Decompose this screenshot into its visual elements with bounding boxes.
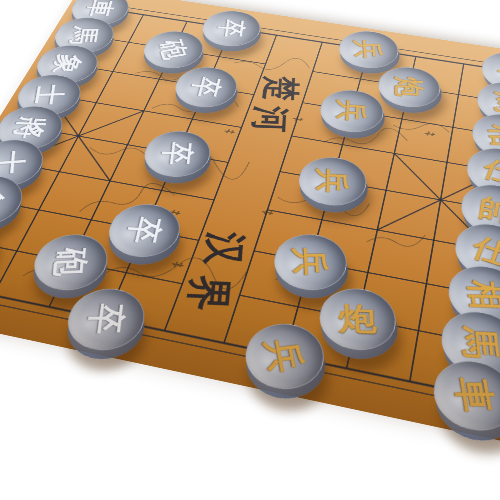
- piece-glyph: 兵: [262, 337, 307, 374]
- piece-glyph: 砲: [51, 247, 90, 276]
- piece-red-soldier[interactable]: 兵: [293, 152, 372, 210]
- piece-glyph: 相: [465, 280, 500, 310]
- piece-glyph: 砲: [156, 38, 191, 61]
- piece-glyph: 兵: [315, 168, 349, 194]
- piece-glyph: 車: [495, 62, 500, 81]
- piece-glyph: 馬: [492, 92, 500, 114]
- piece-red-soldier[interactable]: 兵: [237, 317, 331, 396]
- piece-glyph: 卒: [85, 304, 127, 335]
- piece-glyph: 將: [11, 116, 49, 139]
- piece-red-soldier[interactable]: 兵: [315, 86, 388, 137]
- piece-red-chariot[interactable]: 車: [429, 354, 500, 438]
- piece-top-face: 卒: [136, 127, 218, 182]
- piece-top-face: 卒: [99, 199, 188, 263]
- piece-glyph: 馬: [460, 326, 500, 360]
- piece-glyph: 兵: [292, 248, 329, 276]
- piece-glyph: 車: [452, 378, 498, 413]
- piece-glyph: 兵: [353, 40, 384, 59]
- piece-glyph: 兵: [335, 99, 368, 122]
- piece-glyph: 士: [0, 150, 27, 176]
- pieces-layer: 車卒馬兵砲象車炮卒士馬兵將相卒士仕兵象帥卒馬仕兵砲車相炮卒馬兵車: [0, 0, 500, 444]
- xiangqi-board[interactable]: 汉界楚河 車卒馬兵砲象車炮卒士馬兵將相卒士仕兵象帥卒馬仕兵砲車相炮卒馬兵車: [0, 0, 500, 444]
- piece-glyph: 相: [487, 125, 500, 148]
- piece-glyph: 卒: [216, 19, 247, 38]
- piece-glyph: 卒: [124, 216, 165, 245]
- piece-black-soldier[interactable]: 卒: [99, 199, 188, 263]
- piece-glyph: 士: [32, 84, 66, 105]
- piece-glyph: 馬: [68, 26, 100, 44]
- piece-glyph: 炮: [338, 303, 377, 335]
- piece-side-face: [0, 216, 10, 282]
- piece-top-face: 車: [429, 354, 500, 438]
- piece-glyph: 帥: [477, 194, 500, 225]
- piece-glyph: 炮: [393, 76, 425, 97]
- piece-glyph: 卒: [188, 76, 223, 99]
- piece-glyph: 車: [84, 0, 117, 17]
- piece-glyph: 象: [49, 54, 85, 75]
- piece-glyph: 卒: [160, 142, 195, 166]
- photo-scene: 汉界楚河 車卒馬兵砲象車炮卒士馬兵將相卒士仕兵象帥卒馬仕兵砲車相炮卒馬兵車: [0, 0, 500, 500]
- piece-black-soldier[interactable]: 卒: [136, 127, 218, 182]
- piece-glyph: 象: [0, 186, 9, 214]
